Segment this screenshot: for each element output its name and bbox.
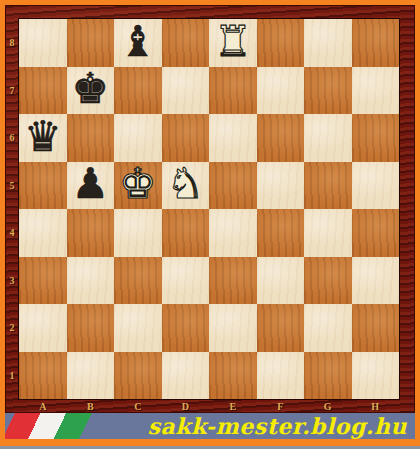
square-f1: [257, 352, 305, 400]
square-g8: [304, 19, 352, 67]
square-d1: [162, 352, 210, 400]
black-bishop-piece: ♝: [119, 21, 157, 63]
square-b8: [67, 19, 115, 67]
rank-label-5: 5: [5, 162, 19, 210]
square-c6: [114, 114, 162, 162]
white-rook-piece: ♜: [214, 21, 252, 63]
square-a3: [19, 257, 67, 305]
square-a1: [19, 352, 67, 400]
rank-label-2: 2: [5, 304, 19, 352]
square-g1: [304, 352, 352, 400]
square-g2: [304, 304, 352, 352]
rank-labels: 87654321: [5, 19, 19, 399]
rank-label-4: 4: [5, 209, 19, 257]
square-e7: [209, 67, 257, 115]
square-h2: [352, 304, 400, 352]
rank-label-7: 7: [5, 67, 19, 115]
file-label-h: H: [352, 399, 400, 413]
black-pawn-piece: ♟: [71, 163, 109, 205]
square-a2: [19, 304, 67, 352]
square-e4: [209, 209, 257, 257]
square-b4: [67, 209, 115, 257]
rank-label-3: 3: [5, 257, 19, 305]
square-b6: [67, 114, 115, 162]
square-d3: [162, 257, 210, 305]
file-label-a: A: [19, 399, 67, 413]
square-b3: [67, 257, 115, 305]
square-d4: [162, 209, 210, 257]
square-h1: [352, 352, 400, 400]
square-f4: [257, 209, 305, 257]
square-h4: [352, 209, 400, 257]
square-c1: [114, 352, 162, 400]
file-label-e: E: [209, 399, 257, 413]
square-f3: [257, 257, 305, 305]
square-g5: [304, 162, 352, 210]
square-h7: [352, 67, 400, 115]
square-d8: [162, 19, 210, 67]
square-b1: [67, 352, 115, 400]
chess-diagram: ♝♜♚♛♟♚♞ 87654321 ABCDEFGH sakk-mester.bl…: [0, 0, 420, 449]
square-d6: [162, 114, 210, 162]
white-knight-piece: ♞: [166, 163, 204, 205]
square-c3: [114, 257, 162, 305]
square-c5: ♚: [114, 162, 162, 210]
black-queen-piece: ♛: [24, 116, 62, 158]
square-f5: [257, 162, 305, 210]
square-d5: ♞: [162, 162, 210, 210]
square-b7: ♚: [67, 67, 115, 115]
square-a8: [19, 19, 67, 67]
square-h5: [352, 162, 400, 210]
square-c2: [114, 304, 162, 352]
square-f6: [257, 114, 305, 162]
file-label-b: B: [67, 399, 115, 413]
square-e2: [209, 304, 257, 352]
file-label-c: C: [114, 399, 162, 413]
square-c7: [114, 67, 162, 115]
square-d2: [162, 304, 210, 352]
file-label-g: G: [304, 399, 352, 413]
square-e3: [209, 257, 257, 305]
square-e6: [209, 114, 257, 162]
square-e5: [209, 162, 257, 210]
square-a4: [19, 209, 67, 257]
hungary-flag-icon: [5, 413, 111, 439]
square-f2: [257, 304, 305, 352]
square-e8: ♜: [209, 19, 257, 67]
site-url-text: sakk-mester.blog.hu: [148, 413, 407, 439]
file-labels: ABCDEFGH: [19, 399, 399, 413]
square-f8: [257, 19, 305, 67]
black-king-piece: ♚: [71, 68, 109, 110]
square-h8: [352, 19, 400, 67]
square-e1: [209, 352, 257, 400]
square-a7: [19, 67, 67, 115]
square-a5: [19, 162, 67, 210]
file-label-d: D: [162, 399, 210, 413]
square-h3: [352, 257, 400, 305]
rank-label-8: 8: [5, 19, 19, 67]
footer-banner: sakk-mester.blog.hu: [5, 413, 415, 439]
square-f7: [257, 67, 305, 115]
rank-label-1: 1: [5, 352, 19, 400]
square-b5: ♟: [67, 162, 115, 210]
square-g7: [304, 67, 352, 115]
square-c8: ♝: [114, 19, 162, 67]
rank-label-6: 6: [5, 114, 19, 162]
square-b2: [67, 304, 115, 352]
chess-board: ♝♜♚♛♟♚♞: [19, 19, 399, 399]
file-label-f: F: [257, 399, 305, 413]
square-c4: [114, 209, 162, 257]
square-h6: [352, 114, 400, 162]
square-d7: [162, 67, 210, 115]
square-g4: [304, 209, 352, 257]
square-a6: ♛: [19, 114, 67, 162]
square-g6: [304, 114, 352, 162]
white-king-piece: ♚: [119, 163, 157, 205]
square-g3: [304, 257, 352, 305]
